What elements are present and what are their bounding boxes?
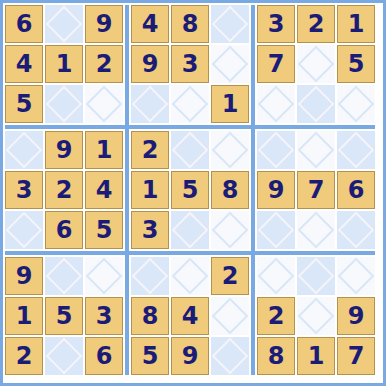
diamond-icon [86, 86, 123, 123]
diamond-icon [298, 86, 335, 123]
cell-r6c3: 5 [85, 211, 123, 249]
cell-r7c9[interactable] [337, 257, 375, 295]
cell-r2c6[interactable] [211, 45, 249, 83]
cell-r3c4[interactable] [131, 85, 169, 123]
diamond-icon [172, 212, 209, 249]
diamond-icon [6, 132, 43, 169]
diamond-icon [338, 212, 375, 249]
diamond-icon [212, 212, 249, 249]
cell-r8c8[interactable] [297, 297, 335, 335]
cell-r8c5: 4 [171, 297, 209, 335]
cell-r5c5: 5 [171, 171, 209, 209]
cell-r6c5[interactable] [171, 211, 209, 249]
cell-r4c4: 2 [131, 131, 169, 169]
cell-r3c1: 5 [5, 85, 43, 123]
diamond-icon [172, 258, 209, 295]
cell-r7c2[interactable] [45, 257, 83, 295]
cell-r4c2: 9 [45, 131, 83, 169]
cell-r4c9[interactable] [337, 131, 375, 169]
cell-r6c9[interactable] [337, 211, 375, 249]
cell-r1c8: 2 [297, 5, 335, 43]
diamond-icon [298, 298, 335, 335]
cell-r9c6[interactable] [211, 337, 249, 375]
cell-r5c1: 3 [5, 171, 43, 209]
cell-r7c1: 9 [5, 257, 43, 295]
cell-r5c7: 9 [257, 171, 295, 209]
cell-r1c9: 1 [337, 5, 375, 43]
cell-r9c2[interactable] [45, 337, 83, 375]
cell-r8c6[interactable] [211, 297, 249, 335]
diamond-icon [172, 132, 209, 169]
diamond-icon [258, 86, 295, 123]
cell-r5c4: 1 [131, 171, 169, 209]
cell-r5c2: 2 [45, 171, 83, 209]
cell-r4c6[interactable] [211, 131, 249, 169]
cell-r7c5[interactable] [171, 257, 209, 295]
box-separator-vertical-1 [125, 5, 129, 375]
diamond-icon [298, 132, 335, 169]
box-separator-horizontal-2 [5, 251, 375, 255]
cell-r9c4: 5 [131, 337, 169, 375]
diamond-icon [212, 338, 249, 375]
cell-r1c5: 8 [171, 5, 209, 43]
cell-r9c7: 8 [257, 337, 295, 375]
cell-r6c4: 3 [131, 211, 169, 249]
cell-r2c9: 5 [337, 45, 375, 83]
diamond-icon [46, 258, 83, 295]
cell-r6c1[interactable] [5, 211, 43, 249]
diamond-icon [86, 258, 123, 295]
diamond-icon [212, 46, 249, 83]
cell-r1c3: 9 [85, 5, 123, 43]
cell-r1c4: 4 [131, 5, 169, 43]
cell-r7c6: 2 [211, 257, 249, 295]
cell-r5c6: 8 [211, 171, 249, 209]
cell-r8c7: 2 [257, 297, 295, 335]
cell-r6c8[interactable] [297, 211, 335, 249]
cell-r9c3: 6 [85, 337, 123, 375]
cell-r2c3: 2 [85, 45, 123, 83]
cell-r4c5[interactable] [171, 131, 209, 169]
cell-r1c6[interactable] [211, 5, 249, 43]
box-separator-vertical-2 [251, 5, 255, 375]
cell-r3c8[interactable] [297, 85, 335, 123]
cell-r2c1: 4 [5, 45, 43, 83]
diamond-icon [212, 132, 249, 169]
cell-r3c3[interactable] [85, 85, 123, 123]
diamond-icon [298, 212, 335, 249]
cell-r4c8[interactable] [297, 131, 335, 169]
cell-r8c2: 5 [45, 297, 83, 335]
cell-r1c2[interactable] [45, 5, 83, 43]
cell-r3c2[interactable] [45, 85, 83, 123]
diamond-icon [338, 86, 375, 123]
cell-r9c1: 2 [5, 337, 43, 375]
sudoku-board-frame: 6948321412937551912324158976653921538429… [0, 0, 386, 386]
cell-r3c7[interactable] [257, 85, 295, 123]
cell-r3c5[interactable] [171, 85, 209, 123]
cell-r9c5: 9 [171, 337, 209, 375]
diamond-icon [212, 298, 249, 335]
diamond-icon [172, 86, 209, 123]
cell-r5c9: 6 [337, 171, 375, 209]
diamond-icon [338, 258, 375, 295]
cell-r8c9: 9 [337, 297, 375, 335]
cell-r6c7[interactable] [257, 211, 295, 249]
diamond-icon [46, 6, 83, 43]
diamond-icon [46, 338, 83, 375]
diamond-icon [258, 212, 295, 249]
cell-r8c1: 1 [5, 297, 43, 335]
cell-r4c7[interactable] [257, 131, 295, 169]
diamond-icon [132, 86, 169, 123]
cell-r5c3: 4 [85, 171, 123, 209]
diamond-icon [258, 132, 295, 169]
cell-r4c1[interactable] [5, 131, 43, 169]
cell-r7c8[interactable] [297, 257, 335, 295]
cell-r1c7: 3 [257, 5, 295, 43]
cell-r2c8[interactable] [297, 45, 335, 83]
cell-r8c4: 8 [131, 297, 169, 335]
sudoku-board: 6948321412937551912324158976653921538429… [5, 5, 379, 379]
cell-r3c6: 1 [211, 85, 249, 123]
cell-r7c7[interactable] [257, 257, 295, 295]
cell-r9c9: 7 [337, 337, 375, 375]
cell-r5c8: 7 [297, 171, 335, 209]
diamond-icon [258, 258, 295, 295]
cell-r3c9[interactable] [337, 85, 375, 123]
cell-r4c3: 1 [85, 131, 123, 169]
diamond-icon [132, 258, 169, 295]
cell-r8c3: 3 [85, 297, 123, 335]
cell-r2c4: 9 [131, 45, 169, 83]
box-separator-horizontal-1 [5, 125, 375, 129]
cell-r6c6[interactable] [211, 211, 249, 249]
cell-r9c8: 1 [297, 337, 335, 375]
cell-r2c7: 7 [257, 45, 295, 83]
diamond-icon [6, 212, 43, 249]
cell-r2c5: 3 [171, 45, 209, 83]
cell-r7c4[interactable] [131, 257, 169, 295]
cell-r7c3[interactable] [85, 257, 123, 295]
cell-r2c2: 1 [45, 45, 83, 83]
diamond-icon [298, 46, 335, 83]
diamond-icon [46, 86, 83, 123]
cell-r1c1: 6 [5, 5, 43, 43]
diamond-icon [338, 132, 375, 169]
diamond-icon [298, 258, 335, 295]
cell-r6c2: 6 [45, 211, 83, 249]
diamond-icon [212, 6, 249, 43]
